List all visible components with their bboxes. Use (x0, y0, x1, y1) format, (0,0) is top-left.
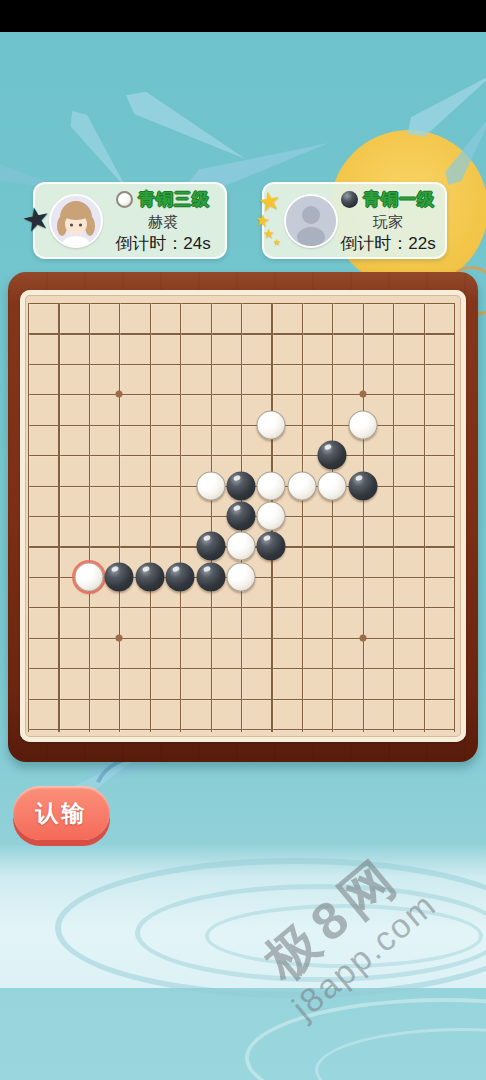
avatar-white-player (49, 194, 103, 248)
stone-white (227, 532, 256, 561)
bamboo-leaf-decoration (119, 82, 252, 172)
resign-button[interactable]: 认输 (13, 786, 110, 840)
stone-white (257, 410, 286, 439)
stone-black (166, 562, 195, 591)
timer-value: 22s (408, 234, 435, 253)
timer-label: 倒计时： (340, 234, 408, 253)
countdown-timer: 倒计时：24s (105, 232, 221, 256)
stone-white (227, 562, 256, 591)
stone-white (196, 471, 225, 500)
anime-girl-avatar (51, 196, 101, 246)
player-name: 玩家 (336, 211, 440, 232)
resign-button-label: 认输 (36, 798, 88, 829)
white-stone-icon (116, 191, 133, 208)
stone-white (74, 562, 103, 591)
person-silhouette-avatar (286, 196, 336, 246)
star-point (116, 634, 123, 641)
player-card-white: ★ 青铜三级 赫裘 倒计时：24s (33, 182, 227, 259)
player-info-column: 青铜一级 玩家 倒计时：22s (336, 188, 440, 256)
black-stone-icon (341, 191, 358, 208)
stone-black (227, 471, 256, 500)
game-screen: ★ 青铜三级 赫裘 倒计时：24s ★ ★ (0, 0, 486, 1080)
star-point (116, 391, 123, 398)
stone-black (227, 502, 256, 531)
bamboo-leaf-decoration (399, 62, 486, 145)
player-info-column: 青铜三级 赫裘 倒计时：24s (105, 188, 221, 256)
stone-white (318, 471, 347, 500)
gold-star-icon: ★ (273, 237, 281, 247)
countdown-timer: 倒计时：22s (336, 232, 440, 256)
player-card-black: ★ ★ ★ ★ 青铜一级 玩家 倒计时：22s (262, 182, 447, 259)
stone-white (287, 471, 316, 500)
stone-black (196, 562, 225, 591)
player-rank: 青铜三级 (138, 188, 210, 211)
stone-black (318, 441, 347, 470)
stone-black (257, 532, 286, 561)
stone-black (135, 562, 164, 591)
stone-black (348, 471, 377, 500)
star-point (359, 634, 366, 641)
timer-value: 24s (183, 234, 210, 253)
black-star-icon: ★ (18, 197, 54, 240)
status-bar (0, 0, 486, 32)
timer-label: 倒计时： (115, 234, 183, 253)
rank-row: 青铜三级 (105, 188, 221, 211)
stone-white (257, 471, 286, 500)
stone-black (196, 532, 225, 561)
water-ripple (205, 904, 483, 968)
board-frame (8, 272, 478, 762)
player-name: 赫裘 (105, 211, 221, 232)
player-rank: 青铜一级 (363, 188, 435, 211)
rank-row: 青铜一级 (336, 188, 440, 211)
board-grid[interactable] (28, 303, 455, 732)
board-surface (20, 290, 466, 742)
avatar-black-player (284, 194, 338, 248)
stone-white (257, 502, 286, 531)
star-point (359, 391, 366, 398)
stone-white (348, 410, 377, 439)
stone-black (105, 562, 134, 591)
